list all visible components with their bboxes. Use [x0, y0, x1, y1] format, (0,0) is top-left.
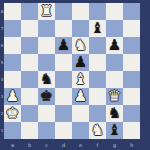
square-a4[interactable]: [4, 71, 21, 88]
square-e3[interactable]: ♟: [72, 88, 89, 105]
square-d6[interactable]: ♟: [55, 37, 72, 54]
piece-white-bishop[interactable]: ♝: [74, 71, 87, 88]
piece-black-knight[interactable]: ♞: [40, 71, 53, 88]
square-e7[interactable]: [72, 20, 89, 37]
square-b6[interactable]: [21, 37, 38, 54]
square-g8[interactable]: [106, 3, 123, 20]
square-h1[interactable]: [123, 122, 140, 139]
square-f5[interactable]: [89, 54, 106, 71]
square-h3[interactable]: [123, 88, 140, 105]
square-f3[interactable]: [89, 88, 106, 105]
square-g5[interactable]: [106, 54, 123, 71]
rank-label-5: 5: [0, 54, 4, 71]
square-g7[interactable]: [106, 20, 123, 37]
square-b4[interactable]: [21, 71, 38, 88]
file-label-c: c: [38, 140, 55, 149]
square-d2[interactable]: [55, 105, 72, 122]
square-h6[interactable]: [123, 37, 140, 54]
file-label-b: b: [21, 140, 38, 149]
square-e6[interactable]: ♞: [72, 37, 89, 54]
square-e4[interactable]: ♝: [72, 71, 89, 88]
square-b1[interactable]: [21, 122, 38, 139]
square-f2[interactable]: [89, 105, 106, 122]
square-b7[interactable]: [21, 20, 38, 37]
square-b8[interactable]: [21, 3, 38, 20]
square-f7[interactable]: ♝: [89, 20, 106, 37]
piece-white-pawn[interactable]: ♟: [6, 88, 19, 105]
square-h5[interactable]: [123, 54, 140, 71]
square-d5[interactable]: [55, 54, 72, 71]
rank-label-7: 7: [0, 20, 4, 37]
square-c4[interactable]: ♞: [38, 71, 55, 88]
square-c1[interactable]: [38, 122, 55, 139]
square-f8[interactable]: [89, 3, 106, 20]
piece-black-bishop[interactable]: ♝: [91, 20, 104, 37]
piece-black-bishop[interactable]: ♝: [108, 122, 121, 139]
rank-label-6: 6: [0, 37, 4, 54]
square-a2[interactable]: ♚: [4, 105, 21, 122]
square-g4[interactable]: [106, 71, 123, 88]
piece-white-rook[interactable]: ♜: [40, 3, 53, 20]
square-f6[interactable]: [89, 37, 106, 54]
file-label-h: h: [123, 140, 140, 149]
square-a8[interactable]: [4, 3, 21, 20]
rank-label-8: 8: [0, 3, 4, 20]
square-h7[interactable]: [123, 20, 140, 37]
square-h8[interactable]: [123, 3, 140, 20]
square-g3[interactable]: ♛: [106, 88, 123, 105]
rank-label-3: 3: [0, 88, 4, 105]
piece-black-pawn[interactable]: ♟: [74, 54, 87, 71]
piece-white-queen[interactable]: ♛: [108, 88, 121, 105]
square-b5[interactable]: [21, 54, 38, 71]
rank-label-4: 4: [0, 71, 4, 88]
square-e8[interactable]: [72, 3, 89, 20]
square-g1[interactable]: ♝: [106, 122, 123, 139]
square-e2[interactable]: [72, 105, 89, 122]
square-f1[interactable]: ♞: [89, 122, 106, 139]
file-label-f: f: [89, 140, 106, 149]
square-h4[interactable]: [123, 71, 140, 88]
square-g2[interactable]: ♞: [106, 105, 123, 122]
square-a3[interactable]: ♟: [4, 88, 21, 105]
piece-black-king[interactable]: ♚: [40, 88, 53, 105]
square-c7[interactable]: [38, 20, 55, 37]
file-label-e: e: [72, 140, 89, 149]
square-f4[interactable]: [89, 71, 106, 88]
piece-white-king[interactable]: ♚: [6, 105, 19, 122]
square-b3[interactable]: [21, 88, 38, 105]
square-b2[interactable]: [21, 105, 38, 122]
piece-white-pawn[interactable]: ♟: [74, 88, 87, 105]
rank-label-1: 1: [0, 122, 4, 139]
square-e1[interactable]: [72, 122, 89, 139]
square-g6[interactable]: ♟: [106, 37, 123, 54]
square-d4[interactable]: [55, 71, 72, 88]
file-label-a: a: [4, 140, 21, 149]
square-c3[interactable]: ♚: [38, 88, 55, 105]
square-c6[interactable]: [38, 37, 55, 54]
chess-diagram: ♜♝♟♞♟♟♞♝♟♚♟♛♚♞♞♝ 87654321 abcdefgh: [0, 0, 150, 150]
piece-black-pawn[interactable]: ♟: [57, 37, 70, 54]
square-d1[interactable]: [55, 122, 72, 139]
piece-white-knight[interactable]: ♞: [74, 37, 87, 54]
square-c8[interactable]: ♜: [38, 3, 55, 20]
square-d3[interactable]: [55, 88, 72, 105]
square-d8[interactable]: [55, 3, 72, 20]
piece-black-pawn[interactable]: ♟: [108, 37, 121, 54]
square-c2[interactable]: [38, 105, 55, 122]
square-h2[interactable]: [123, 105, 140, 122]
square-a6[interactable]: [4, 37, 21, 54]
square-d7[interactable]: [55, 20, 72, 37]
file-label-d: d: [55, 140, 72, 149]
piece-white-knight[interactable]: ♞: [91, 122, 104, 139]
rank-label-2: 2: [0, 105, 4, 122]
piece-black-knight[interactable]: ♞: [108, 105, 121, 122]
square-a7[interactable]: [4, 20, 21, 37]
file-label-g: g: [106, 140, 123, 149]
square-c5[interactable]: [38, 54, 55, 71]
chessboard: ♜♝♟♞♟♟♞♝♟♚♟♛♚♞♞♝: [4, 3, 140, 139]
square-a5[interactable]: [4, 54, 21, 71]
square-e5[interactable]: ♟: [72, 54, 89, 71]
square-a1[interactable]: [4, 122, 21, 139]
